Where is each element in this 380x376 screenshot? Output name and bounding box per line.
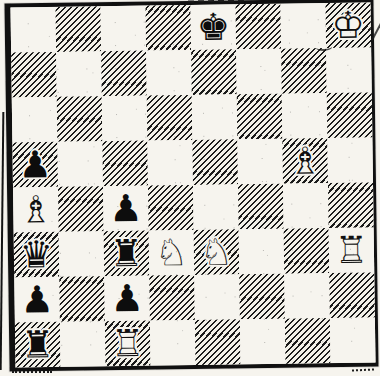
square-c1[interactable]: ♜♖ xyxy=(105,321,151,367)
square-d8[interactable] xyxy=(145,5,191,51)
piece-white-bishop: ♝♗ xyxy=(282,138,328,184)
square-e1[interactable] xyxy=(195,319,241,365)
square-g3[interactable] xyxy=(284,228,330,274)
square-f6[interactable] xyxy=(237,94,283,140)
piece-silhouette-glyph: ♟ xyxy=(14,277,60,323)
piece-white-king: ♚♔ xyxy=(325,2,371,48)
square-a7[interactable] xyxy=(11,52,57,98)
square-a3[interactable]: ♛ xyxy=(14,232,60,278)
newspaper-chess-diagram: { "game": "chess", "diagram_style": "vin… xyxy=(0,0,380,376)
square-a4[interactable]: ♝♗ xyxy=(13,187,59,233)
left-edge-print-smear xyxy=(0,112,4,370)
square-a2[interactable]: ♟ xyxy=(14,277,60,323)
piece-silhouette-glyph: ♛ xyxy=(14,232,60,278)
square-g1[interactable] xyxy=(285,318,331,364)
piece-black-pawn: ♟ xyxy=(103,186,149,232)
square-e6[interactable] xyxy=(192,94,238,140)
piece-black-queen: ♛ xyxy=(14,232,60,278)
square-e5[interactable] xyxy=(192,139,238,185)
square-h5[interactable] xyxy=(327,137,373,183)
piece-white-rook: ♜♖ xyxy=(105,321,151,367)
square-g7[interactable] xyxy=(281,48,327,94)
square-f2[interactable] xyxy=(239,274,285,320)
square-h8[interactable]: ♚♔ xyxy=(325,2,371,48)
piece-white-rook: ♜♖ xyxy=(329,227,375,273)
square-d4[interactable] xyxy=(148,185,194,231)
square-d7[interactable] xyxy=(146,50,192,96)
piece-white-bishop: ♝♗ xyxy=(13,187,59,233)
square-e2[interactable] xyxy=(194,274,240,320)
square-e3[interactable]: ♞♘ xyxy=(194,229,240,275)
square-e8[interactable]: ♚ xyxy=(190,4,236,50)
square-g2[interactable] xyxy=(284,273,330,319)
square-f5[interactable] xyxy=(237,139,283,185)
piece-black-king: ♚ xyxy=(190,4,236,50)
piece-black-pawn: ♟ xyxy=(14,277,60,323)
piece-silhouette-glyph: ♜ xyxy=(104,231,150,277)
square-b8[interactable] xyxy=(55,6,101,52)
square-a1[interactable]: ♜ xyxy=(15,322,61,368)
square-c6[interactable] xyxy=(102,96,148,142)
square-h4[interactable] xyxy=(328,182,374,228)
board: ♚♚♔♟♝♗♝♗♟♛♜♞♘♞♘♜♖♟♟♜♜♖ xyxy=(11,2,376,367)
square-g4[interactable] xyxy=(283,183,329,229)
square-f7[interactable] xyxy=(236,49,282,95)
piece-white-knight: ♞♘ xyxy=(194,229,240,275)
square-b1[interactable] xyxy=(60,321,106,367)
piece-silhouette-glyph: ♜ xyxy=(15,322,61,368)
square-h1[interactable] xyxy=(330,317,376,363)
piece-white-knight: ♞♘ xyxy=(149,230,195,276)
piece-black-pawn: ♟ xyxy=(12,142,58,188)
piece-outline-glyph: ♖ xyxy=(329,227,375,273)
piece-silhouette-glyph: ♟ xyxy=(103,186,149,232)
piece-outline-glyph: ♘ xyxy=(149,230,195,276)
square-h3[interactable]: ♜♖ xyxy=(329,227,375,273)
piece-outline-glyph: ♗ xyxy=(13,187,59,233)
square-b2[interactable] xyxy=(59,276,105,322)
square-c8[interactable] xyxy=(100,6,146,52)
piece-outline-glyph: ♔ xyxy=(325,2,371,48)
square-h6[interactable] xyxy=(327,92,373,138)
piece-black-rook: ♜ xyxy=(15,322,61,368)
square-d6[interactable] xyxy=(147,95,193,141)
bottom-right-dotted-artifact xyxy=(352,368,374,371)
square-c7[interactable] xyxy=(101,51,147,97)
piece-outline-glyph: ♖ xyxy=(105,321,151,367)
piece-silhouette-glyph: ♚ xyxy=(190,4,236,50)
square-b7[interactable] xyxy=(56,51,102,97)
square-d3[interactable]: ♞♘ xyxy=(149,230,195,276)
square-h7[interactable] xyxy=(326,47,372,93)
square-g5[interactable]: ♝♗ xyxy=(282,138,328,184)
piece-silhouette-glyph: ♟ xyxy=(104,276,150,322)
square-d5[interactable] xyxy=(147,140,193,186)
square-g6[interactable] xyxy=(282,93,328,139)
square-d2[interactable] xyxy=(149,275,195,321)
square-b5[interactable] xyxy=(57,141,103,187)
piece-outline-glyph: ♗ xyxy=(282,138,328,184)
square-d1[interactable] xyxy=(150,320,196,366)
piece-silhouette-glyph: ♟ xyxy=(12,142,58,188)
square-c4[interactable]: ♟ xyxy=(103,186,149,232)
square-e7[interactable] xyxy=(191,49,237,95)
square-f8[interactable] xyxy=(235,4,281,50)
square-b4[interactable] xyxy=(58,186,104,232)
piece-black-pawn: ♟ xyxy=(104,276,150,322)
piece-black-rook: ♜ xyxy=(104,231,150,277)
square-a8[interactable] xyxy=(11,7,57,53)
square-c5[interactable] xyxy=(102,141,148,187)
square-f1[interactable] xyxy=(240,319,286,365)
square-e4[interactable] xyxy=(193,184,239,230)
board-frame: ♚♚♔♟♝♗♝♗♟♛♜♞♘♞♘♜♖♟♟♜♜♖ xyxy=(4,0,378,372)
square-c2[interactable]: ♟ xyxy=(104,276,150,322)
piece-outline-glyph: ♘ xyxy=(194,229,240,275)
square-a6[interactable] xyxy=(12,97,58,143)
square-a5[interactable]: ♟ xyxy=(12,142,58,188)
square-h2[interactable] xyxy=(329,272,375,318)
square-g8[interactable] xyxy=(280,3,326,49)
square-b6[interactable] xyxy=(57,96,103,142)
square-c3[interactable]: ♜ xyxy=(104,231,150,277)
square-b3[interactable] xyxy=(59,231,105,277)
square-f3[interactable] xyxy=(239,229,285,275)
square-f4[interactable] xyxy=(238,184,284,230)
